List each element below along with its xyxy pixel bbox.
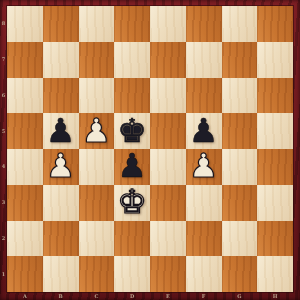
file-label-d: D xyxy=(114,292,150,300)
file-label-a: A xyxy=(7,292,43,300)
square-d6[interactable] xyxy=(114,78,150,114)
piece-white-pawn-b4[interactable]: ♟ xyxy=(46,149,76,182)
square-d5[interactable]: ♚ xyxy=(114,113,150,149)
rank-label-1: 1 xyxy=(0,256,7,292)
square-f7[interactable] xyxy=(186,42,222,78)
square-c2[interactable] xyxy=(79,221,115,257)
piece-white-king-d3[interactable]: ♚ xyxy=(117,185,147,218)
square-f1[interactable] xyxy=(186,256,222,292)
square-h2[interactable] xyxy=(257,221,293,257)
file-label-e: E xyxy=(150,292,186,300)
square-h8[interactable] xyxy=(257,6,293,42)
square-d2[interactable] xyxy=(114,221,150,257)
square-e1[interactable] xyxy=(150,256,186,292)
square-g3[interactable] xyxy=(222,185,258,221)
square-a5[interactable] xyxy=(7,113,43,149)
square-h3[interactable] xyxy=(257,185,293,221)
square-a7[interactable] xyxy=(7,42,43,78)
square-g6[interactable] xyxy=(222,78,258,114)
square-h7[interactable] xyxy=(257,42,293,78)
square-f6[interactable] xyxy=(186,78,222,114)
piece-white-pawn-c5[interactable]: ♟ xyxy=(82,114,112,147)
square-b7[interactable] xyxy=(43,42,79,78)
square-g8[interactable] xyxy=(222,6,258,42)
square-g1[interactable] xyxy=(222,256,258,292)
square-d3[interactable]: ♚ xyxy=(114,185,150,221)
square-c4[interactable] xyxy=(79,149,115,185)
square-c5[interactable]: ♟ xyxy=(79,113,115,149)
piece-white-pawn-f4[interactable]: ♟ xyxy=(189,149,219,182)
file-label-b: B xyxy=(43,292,79,300)
rank-label-7: 7 xyxy=(0,42,7,78)
square-f2[interactable] xyxy=(186,221,222,257)
square-g5[interactable] xyxy=(222,113,258,149)
square-h1[interactable] xyxy=(257,256,293,292)
square-d7[interactable] xyxy=(114,42,150,78)
file-label-f: F xyxy=(186,292,222,300)
square-h4[interactable] xyxy=(257,149,293,185)
square-e3[interactable] xyxy=(150,185,186,221)
square-g2[interactable] xyxy=(222,221,258,257)
square-c8[interactable] xyxy=(79,6,115,42)
piece-black-pawn-b5[interactable]: ♟ xyxy=(46,114,76,147)
square-c6[interactable] xyxy=(79,78,115,114)
chess-board-frame: 87654321 ABCDEFGH ♟♟♚♟♟♟♟♚ xyxy=(0,0,300,300)
square-d4[interactable]: ♟ xyxy=(114,149,150,185)
file-label-h: H xyxy=(257,292,293,300)
file-label-g: G xyxy=(222,292,258,300)
square-c1[interactable] xyxy=(79,256,115,292)
square-e2[interactable] xyxy=(150,221,186,257)
square-e5[interactable] xyxy=(150,113,186,149)
square-b6[interactable] xyxy=(43,78,79,114)
square-e8[interactable] xyxy=(150,6,186,42)
square-a3[interactable] xyxy=(7,185,43,221)
square-h6[interactable] xyxy=(257,78,293,114)
piece-black-pawn-d4[interactable]: ♟ xyxy=(117,149,147,182)
square-e4[interactable] xyxy=(150,149,186,185)
square-a8[interactable] xyxy=(7,6,43,42)
square-b5[interactable]: ♟ xyxy=(43,113,79,149)
square-e6[interactable] xyxy=(150,78,186,114)
square-d1[interactable] xyxy=(114,256,150,292)
square-b8[interactable] xyxy=(43,6,79,42)
square-f5[interactable]: ♟ xyxy=(186,113,222,149)
square-c3[interactable] xyxy=(79,185,115,221)
square-f3[interactable] xyxy=(186,185,222,221)
square-a1[interactable] xyxy=(7,256,43,292)
square-g7[interactable] xyxy=(222,42,258,78)
rank-label-6: 6 xyxy=(0,78,7,114)
square-b4[interactable]: ♟ xyxy=(43,149,79,185)
square-g4[interactable] xyxy=(222,149,258,185)
chess-board: ♟♟♚♟♟♟♟♚ xyxy=(7,6,293,292)
file-label-c: C xyxy=(79,292,115,300)
rank-label-3: 3 xyxy=(0,185,7,221)
square-d8[interactable] xyxy=(114,6,150,42)
piece-black-king-d5[interactable]: ♚ xyxy=(117,114,147,147)
rank-labels: 87654321 xyxy=(0,6,7,292)
rank-label-2: 2 xyxy=(0,221,7,257)
square-h5[interactable] xyxy=(257,113,293,149)
piece-black-pawn-f5[interactable]: ♟ xyxy=(189,114,219,147)
rank-label-4: 4 xyxy=(0,149,7,185)
square-a2[interactable] xyxy=(7,221,43,257)
rank-label-8: 8 xyxy=(0,6,7,42)
square-b2[interactable] xyxy=(43,221,79,257)
square-b1[interactable] xyxy=(43,256,79,292)
square-c7[interactable] xyxy=(79,42,115,78)
square-e7[interactable] xyxy=(150,42,186,78)
square-f8[interactable] xyxy=(186,6,222,42)
square-b3[interactable] xyxy=(43,185,79,221)
square-a6[interactable] xyxy=(7,78,43,114)
square-a4[interactable] xyxy=(7,149,43,185)
file-labels: ABCDEFGH xyxy=(7,292,293,300)
square-f4[interactable]: ♟ xyxy=(186,149,222,185)
rank-label-5: 5 xyxy=(0,113,7,149)
